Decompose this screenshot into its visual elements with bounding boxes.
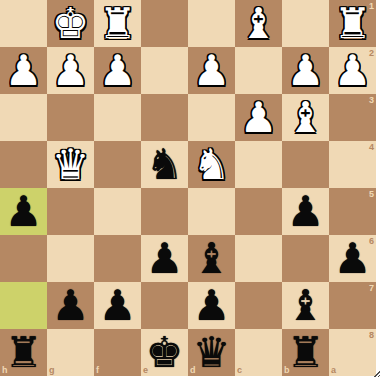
rank-label-7: 7 <box>369 283 374 293</box>
square-a3[interactable]: 3 <box>329 94 376 141</box>
white-knight-d4[interactable]: ♞ <box>188 141 235 188</box>
square-c5[interactable] <box>235 188 282 235</box>
square-c3[interactable]: ♟ <box>235 94 282 141</box>
square-e7[interactable] <box>141 282 188 329</box>
square-b2[interactable]: ♟ <box>282 47 329 94</box>
square-b8[interactable]: ♜b <box>282 329 329 376</box>
square-d3[interactable] <box>188 94 235 141</box>
square-h8[interactable]: ♜h <box>0 329 47 376</box>
file-label-f: f <box>96 365 99 375</box>
black-pawn-d7[interactable]: ♟ <box>188 282 235 329</box>
square-e1[interactable] <box>141 0 188 47</box>
black-pawn-e6[interactable]: ♟ <box>141 235 188 282</box>
square-g1[interactable]: ♚ <box>47 0 94 47</box>
square-d7[interactable]: ♟ <box>188 282 235 329</box>
square-a8[interactable]: 8a <box>329 329 376 376</box>
square-a2[interactable]: ♟2 <box>329 47 376 94</box>
square-h3[interactable] <box>0 94 47 141</box>
square-g2[interactable]: ♟ <box>47 47 94 94</box>
file-label-c: c <box>237 365 242 375</box>
square-h7[interactable] <box>0 282 47 329</box>
square-d2[interactable]: ♟ <box>188 47 235 94</box>
black-pawn-f7[interactable]: ♟ <box>94 282 141 329</box>
square-c8[interactable]: c <box>235 329 282 376</box>
square-c6[interactable] <box>235 235 282 282</box>
square-d5[interactable] <box>188 188 235 235</box>
square-c2[interactable] <box>235 47 282 94</box>
white-bishop-c1[interactable]: ♝ <box>235 0 282 47</box>
square-b3[interactable]: ♝ <box>282 94 329 141</box>
square-e4[interactable]: ♞ <box>141 141 188 188</box>
square-f6[interactable] <box>94 235 141 282</box>
white-queen-g4[interactable]: ♛ <box>47 141 94 188</box>
white-pawn-d2[interactable]: ♟ <box>188 47 235 94</box>
black-pawn-g7[interactable]: ♟ <box>47 282 94 329</box>
white-rook-f1[interactable]: ♜ <box>94 0 141 47</box>
square-h4[interactable] <box>0 141 47 188</box>
black-pawn-h5[interactable]: ♟ <box>0 188 47 235</box>
square-g3[interactable] <box>47 94 94 141</box>
black-king-e8[interactable]: ♚ <box>141 329 188 376</box>
square-e8[interactable]: ♚e <box>141 329 188 376</box>
white-pawn-f2[interactable]: ♟ <box>94 47 141 94</box>
square-a1[interactable]: ♜1 <box>329 0 376 47</box>
square-g6[interactable] <box>47 235 94 282</box>
square-c1[interactable]: ♝ <box>235 0 282 47</box>
square-f3[interactable] <box>94 94 141 141</box>
black-rook-h8[interactable]: ♜ <box>0 329 47 376</box>
rank-label-3: 3 <box>369 95 374 105</box>
square-b1[interactable] <box>282 0 329 47</box>
square-b4[interactable] <box>282 141 329 188</box>
file-label-a: a <box>331 365 336 375</box>
square-a6[interactable]: ♟6 <box>329 235 376 282</box>
white-king-g1[interactable]: ♚ <box>47 0 94 47</box>
square-d4[interactable]: ♞ <box>188 141 235 188</box>
black-pawn-a6[interactable]: ♟ <box>329 235 376 282</box>
chess-board-container: ♚♜♝♜1♟♟♟♟♟♟2♟♝3♛♞♞4♟♟5♟♝♟6♟♟♟♝7♜hgf♚e♛dc… <box>0 0 380 379</box>
black-queen-d8[interactable]: ♛ <box>188 329 235 376</box>
square-c4[interactable] <box>235 141 282 188</box>
black-bishop-d6[interactable]: ♝ <box>188 235 235 282</box>
black-bishop-b7[interactable]: ♝ <box>282 282 329 329</box>
square-f2[interactable]: ♟ <box>94 47 141 94</box>
square-f1[interactable]: ♜ <box>94 0 141 47</box>
rank-label-5: 5 <box>369 189 374 199</box>
white-rook-a1[interactable]: ♜ <box>329 0 376 47</box>
square-h2[interactable]: ♟ <box>0 47 47 94</box>
square-a5[interactable]: 5 <box>329 188 376 235</box>
square-e3[interactable] <box>141 94 188 141</box>
square-e6[interactable]: ♟ <box>141 235 188 282</box>
chess-board[interactable]: ♚♜♝♜1♟♟♟♟♟♟2♟♝3♛♞♞4♟♟5♟♝♟6♟♟♟♝7♜hgf♚e♛dc… <box>0 0 376 376</box>
square-b6[interactable] <box>282 235 329 282</box>
square-f8[interactable]: f <box>94 329 141 376</box>
white-pawn-c3[interactable]: ♟ <box>235 94 282 141</box>
white-pawn-b2[interactable]: ♟ <box>282 47 329 94</box>
square-a7[interactable]: 7 <box>329 282 376 329</box>
square-d6[interactable]: ♝ <box>188 235 235 282</box>
square-a4[interactable]: 4 <box>329 141 376 188</box>
square-f5[interactable] <box>94 188 141 235</box>
white-bishop-b3[interactable]: ♝ <box>282 94 329 141</box>
square-f4[interactable] <box>94 141 141 188</box>
square-b7[interactable]: ♝ <box>282 282 329 329</box>
square-g4[interactable]: ♛ <box>47 141 94 188</box>
white-pawn-a2[interactable]: ♟ <box>329 47 376 94</box>
square-d1[interactable] <box>188 0 235 47</box>
rank-label-4: 4 <box>369 142 374 152</box>
black-knight-e4[interactable]: ♞ <box>141 141 188 188</box>
white-pawn-g2[interactable]: ♟ <box>47 47 94 94</box>
square-h5[interactable]: ♟ <box>0 188 47 235</box>
square-c7[interactable] <box>235 282 282 329</box>
square-h6[interactable] <box>0 235 47 282</box>
file-label-g: g <box>49 365 55 375</box>
square-d8[interactable]: ♛d <box>188 329 235 376</box>
square-h1[interactable] <box>0 0 47 47</box>
square-e2[interactable] <box>141 47 188 94</box>
rank-label-8: 8 <box>369 330 374 340</box>
white-pawn-h2[interactable]: ♟ <box>0 47 47 94</box>
square-g7[interactable]: ♟ <box>47 282 94 329</box>
square-b5[interactable]: ♟ <box>282 188 329 235</box>
square-g8[interactable]: g <box>47 329 94 376</box>
black-rook-b8[interactable]: ♜ <box>282 329 329 376</box>
square-g5[interactable] <box>47 188 94 235</box>
square-e5[interactable] <box>141 188 188 235</box>
black-pawn-b5[interactable]: ♟ <box>282 188 329 235</box>
square-f7[interactable]: ♟ <box>94 282 141 329</box>
